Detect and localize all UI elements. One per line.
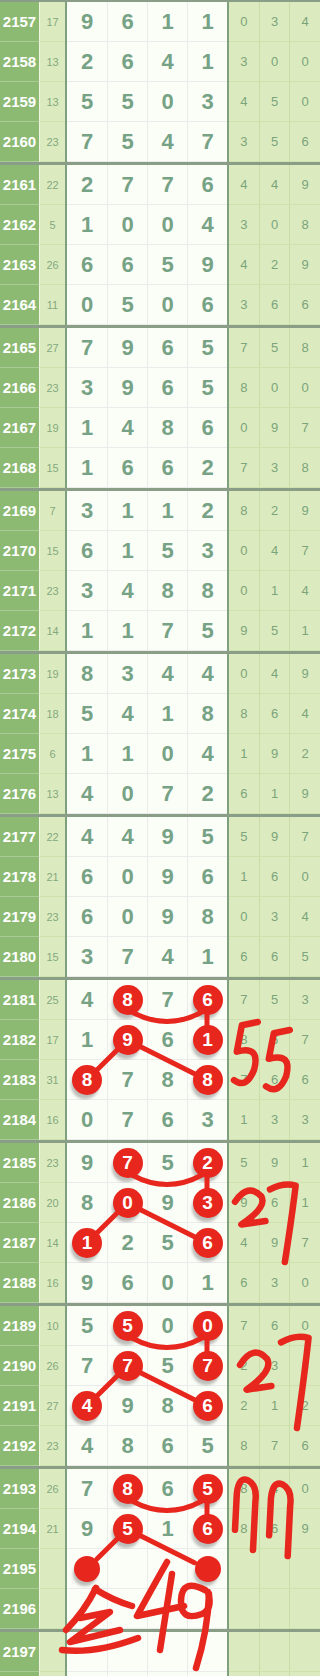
tail-digits-group: 766 bbox=[229, 1060, 320, 1100]
main-digit: 6 bbox=[147, 448, 187, 488]
draw-row-2184: 2184160763133 bbox=[0, 1100, 320, 1140]
main-digits-group: 3741 bbox=[65, 937, 229, 977]
main-digit bbox=[107, 1632, 147, 1672]
red-circled-digit: 0 bbox=[113, 1188, 143, 1218]
main-digits-group: 3112 bbox=[65, 491, 229, 531]
main-digit bbox=[147, 1672, 187, 1676]
red-circled-digit: 9 bbox=[113, 1025, 143, 1055]
draw-row-2161: 2161222776449 bbox=[0, 165, 320, 205]
main-digits-group: 1961 bbox=[65, 1020, 229, 1060]
tail-digit: 0 bbox=[229, 571, 259, 611]
tail-digits-group: 034 bbox=[229, 897, 320, 937]
period-number: 2196 bbox=[0, 1589, 39, 1629]
main-digit: 4 bbox=[67, 980, 107, 1020]
sum-value: 19 bbox=[39, 408, 65, 448]
period-number: 2182 bbox=[0, 1020, 39, 1060]
main-digits-group: 6098 bbox=[65, 897, 229, 937]
red-circled-digit: 5 bbox=[193, 1474, 223, 1504]
partial-row bbox=[0, 1672, 320, 1676]
tail-digit: 8 bbox=[229, 694, 259, 734]
main-digit: 8 bbox=[147, 571, 187, 611]
main-digits-group: 9752 bbox=[65, 1143, 229, 1183]
tail-digits-group: 597 bbox=[229, 817, 320, 857]
main-digit: 7 bbox=[147, 774, 187, 814]
main-digit: 7 bbox=[147, 611, 187, 651]
main-digit: 5 bbox=[107, 1306, 147, 1346]
main-digit: 1 bbox=[147, 491, 187, 531]
red-circled-digit: 6 bbox=[193, 985, 223, 1015]
tail-digits-group: 034 bbox=[229, 2, 320, 42]
period-number: 2174 bbox=[0, 694, 39, 734]
tail-digit: 6 bbox=[289, 1060, 320, 1100]
tail-digit: 2 bbox=[229, 1346, 259, 1386]
tail-digit: 6 bbox=[259, 285, 290, 325]
tail-digit: 6 bbox=[289, 122, 320, 162]
period-number: 2195 bbox=[0, 1549, 39, 1589]
tail-digit: 0 bbox=[289, 42, 320, 82]
tail-digit: 1 bbox=[229, 1100, 259, 1140]
sum-value: 11 bbox=[39, 285, 65, 325]
tail-digit: 9 bbox=[289, 654, 320, 694]
main-digit bbox=[67, 1672, 107, 1676]
main-digit: 1 bbox=[187, 1020, 227, 1060]
red-circled-digit: 7 bbox=[113, 1148, 143, 1178]
draw-row-2179: 2179236098034 bbox=[0, 897, 320, 937]
main-digit: 0 bbox=[67, 285, 107, 325]
period-number: 2181 bbox=[0, 980, 39, 1020]
tail-digit: 4 bbox=[229, 165, 259, 205]
red-circled-digit: 3 bbox=[193, 1188, 223, 1218]
draw-row-2162: 216251004308 bbox=[0, 205, 320, 245]
sum-value: 10 bbox=[39, 1306, 65, 1346]
sum-value: 22 bbox=[39, 817, 65, 857]
tail-digit: 0 bbox=[289, 1469, 320, 1509]
sum-value: 15 bbox=[39, 531, 65, 571]
main-digits-group: 7547 bbox=[65, 122, 229, 162]
draw-row-2167: 2167191486097 bbox=[0, 408, 320, 448]
red-circled-digit: 8 bbox=[193, 1065, 223, 1095]
period-number: 2169 bbox=[0, 491, 39, 531]
tail-digit: 5 bbox=[259, 122, 290, 162]
tail-digits-group: 097 bbox=[229, 408, 320, 448]
tail-digit: 6 bbox=[259, 1020, 290, 1060]
main-digit: 7 bbox=[187, 122, 227, 162]
main-digit bbox=[107, 1549, 147, 1589]
tail-digits-group: 738 bbox=[229, 448, 320, 488]
main-digit: 5 bbox=[67, 1306, 107, 1346]
tail-digits-group: 366 bbox=[229, 285, 320, 325]
tail-digit: 7 bbox=[289, 408, 320, 448]
tail-digit bbox=[289, 1589, 320, 1629]
tail-digit: 0 bbox=[289, 1263, 320, 1303]
tail-digit: 3 bbox=[259, 1263, 290, 1303]
period-number: 2166 bbox=[0, 368, 39, 408]
main-digit: 6 bbox=[107, 42, 147, 82]
sum-value: 5 bbox=[39, 205, 65, 245]
tail-digit: 9 bbox=[289, 165, 320, 205]
tail-digit: 7 bbox=[259, 1426, 290, 1466]
main-digit: 7 bbox=[107, 1346, 147, 1386]
tail-digits-group: 867 bbox=[229, 1020, 320, 1060]
period-number: 2164 bbox=[0, 285, 39, 325]
main-digit: 4 bbox=[187, 654, 227, 694]
tail-digit: 7 bbox=[289, 1223, 320, 1263]
main-digit: 4 bbox=[187, 205, 227, 245]
red-circled-digit: 1 bbox=[72, 1228, 102, 1258]
main-digit: 6 bbox=[67, 245, 107, 285]
main-digit: 2 bbox=[187, 448, 227, 488]
tail-digits-group: 630 bbox=[229, 1263, 320, 1303]
main-digit: 6 bbox=[187, 980, 227, 1020]
period-number bbox=[0, 1672, 39, 1676]
tail-digit: 3 bbox=[229, 42, 259, 82]
main-digits-group: 1486 bbox=[65, 408, 229, 448]
main-digit: 1 bbox=[67, 734, 107, 774]
draw-row-2157: 2157179611034 bbox=[0, 2, 320, 42]
main-digit: 4 bbox=[147, 654, 187, 694]
red-circled-digit: 8 bbox=[113, 1474, 143, 1504]
main-digit: 1 bbox=[147, 2, 187, 42]
main-digits-group: 4876 bbox=[65, 980, 229, 1020]
tail-digit: 0 bbox=[229, 408, 259, 448]
tail-digit bbox=[289, 1632, 320, 1672]
tail-digit: 8 bbox=[289, 448, 320, 488]
period-number: 2189 bbox=[0, 1306, 39, 1346]
tail-digit: 9 bbox=[289, 245, 320, 285]
main-digit bbox=[107, 1672, 147, 1676]
tail-digit: 6 bbox=[259, 857, 290, 897]
sum-value bbox=[39, 1672, 65, 1676]
draw-row-2187: 2187141256497 bbox=[0, 1223, 320, 1263]
sum-value bbox=[39, 1549, 65, 1589]
main-digit: 2 bbox=[187, 491, 227, 531]
tail-digit: 4 bbox=[289, 2, 320, 42]
main-digit: 9 bbox=[107, 328, 147, 368]
sum-value: 27 bbox=[39, 328, 65, 368]
tail-digit: 9 bbox=[289, 1509, 320, 1549]
main-digit: 6 bbox=[187, 285, 227, 325]
tail-digits-group: 133 bbox=[229, 1100, 320, 1140]
draw-row-2190: 2190267757233 bbox=[0, 1346, 320, 1386]
main-digits-group: 9611 bbox=[65, 2, 229, 42]
draw-row-2192: 2192234865876 bbox=[0, 1426, 320, 1466]
main-digit: 3 bbox=[67, 491, 107, 531]
main-digit: 6 bbox=[147, 1469, 187, 1509]
main-digit: 4 bbox=[67, 774, 107, 814]
main-digit: 9 bbox=[147, 817, 187, 857]
main-digit: 0 bbox=[147, 1263, 187, 1303]
main-digit: 1 bbox=[107, 531, 147, 571]
main-digit: 6 bbox=[107, 245, 147, 285]
tail-digit: 4 bbox=[289, 571, 320, 611]
main-digit: 5 bbox=[67, 82, 107, 122]
main-digits-group: 8344 bbox=[65, 654, 229, 694]
main-digit: 3 bbox=[187, 1183, 227, 1223]
draw-row-2169: 216973112829 bbox=[0, 491, 320, 531]
tail-digit: 1 bbox=[259, 1386, 290, 1426]
main-digit: 6 bbox=[187, 408, 227, 448]
tail-digit: 4 bbox=[259, 165, 290, 205]
period-number: 2167 bbox=[0, 408, 39, 448]
sum-value: 26 bbox=[39, 1469, 65, 1509]
main-digit: 4 bbox=[147, 937, 187, 977]
main-digits-group: 4865 bbox=[65, 1426, 229, 1466]
sum-value: 26 bbox=[39, 245, 65, 285]
tail-digits-group: 356 bbox=[229, 122, 320, 162]
main-digit: 1 bbox=[107, 491, 147, 531]
tail-digit: 8 bbox=[289, 328, 320, 368]
main-digits-group: 1662 bbox=[65, 448, 229, 488]
main-digit: 5 bbox=[147, 1143, 187, 1183]
red-circled-digit: 6 bbox=[193, 1514, 223, 1544]
main-digits-group: 3488 bbox=[65, 571, 229, 611]
tail-digits-group: 449 bbox=[229, 165, 320, 205]
tail-digit: 8 bbox=[229, 1509, 259, 1549]
tail-digit: 3 bbox=[289, 980, 320, 1020]
sum-value: 17 bbox=[39, 2, 65, 42]
tail-digit: 5 bbox=[259, 980, 290, 1020]
draw-row-2160: 2160237547356 bbox=[0, 122, 320, 162]
period-number: 2158 bbox=[0, 42, 39, 82]
main-digit: 8 bbox=[147, 408, 187, 448]
main-digits-group bbox=[65, 1672, 229, 1676]
tail-digits-group bbox=[229, 1549, 320, 1589]
main-digits-group bbox=[65, 1549, 229, 1589]
tail-digits-group: 840 bbox=[229, 1469, 320, 1509]
main-digit: 5 bbox=[107, 82, 147, 122]
period-number: 2180 bbox=[0, 937, 39, 977]
tail-digit: 5 bbox=[229, 1143, 259, 1183]
main-digit: 7 bbox=[187, 1346, 227, 1386]
draw-row-2194: 2194219516869 bbox=[0, 1509, 320, 1549]
main-digit: 4 bbox=[107, 817, 147, 857]
period-number: 2159 bbox=[0, 82, 39, 122]
main-digit: 6 bbox=[107, 2, 147, 42]
sum-value: 16 bbox=[39, 1100, 65, 1140]
tail-digits-group: 864 bbox=[229, 694, 320, 734]
main-digit: 9 bbox=[67, 2, 107, 42]
draw-row-2168: 2168151662738 bbox=[0, 448, 320, 488]
draw-row-2189: 2189105500760 bbox=[0, 1306, 320, 1346]
tail-digit bbox=[229, 1632, 259, 1672]
main-digit: 5 bbox=[107, 285, 147, 325]
draw-row-2164: 2164110506366 bbox=[0, 285, 320, 325]
main-digit: 4 bbox=[107, 694, 147, 734]
draw-row-2176: 2176134072619 bbox=[0, 774, 320, 814]
main-digit: 1 bbox=[187, 2, 227, 42]
draw-row-2166: 2166233965800 bbox=[0, 368, 320, 408]
main-digit: 7 bbox=[67, 1346, 107, 1386]
main-digit: 3 bbox=[187, 82, 227, 122]
main-digit: 2 bbox=[187, 1143, 227, 1183]
main-digit: 8 bbox=[187, 694, 227, 734]
main-digit: 3 bbox=[187, 531, 227, 571]
draw-row-2171: 2171233488014 bbox=[0, 571, 320, 611]
tail-digit bbox=[289, 1672, 320, 1676]
main-digit: 4 bbox=[107, 571, 147, 611]
period-number: 2186 bbox=[0, 1183, 39, 1223]
main-digit: 8 bbox=[67, 654, 107, 694]
draw-row-2188: 2188169601630 bbox=[0, 1263, 320, 1303]
sum-value: 26 bbox=[39, 1346, 65, 1386]
main-digits-group: 8788 bbox=[65, 1060, 229, 1100]
period-number: 2175 bbox=[0, 734, 39, 774]
tail-digits-group: 160 bbox=[229, 857, 320, 897]
tail-digit: 6 bbox=[229, 774, 259, 814]
main-digits-group: 3965 bbox=[65, 368, 229, 408]
lottery-trend-chart[interactable]: 2157179611034215813264130021591355034502… bbox=[0, 0, 320, 1676]
period-number: 2188 bbox=[0, 1263, 39, 1303]
sum-value: 23 bbox=[39, 571, 65, 611]
sum-value: 23 bbox=[39, 897, 65, 937]
main-digit: 7 bbox=[147, 980, 187, 1020]
sum-value: 14 bbox=[39, 611, 65, 651]
period-number: 2193 bbox=[0, 1469, 39, 1509]
tail-digit: 7 bbox=[229, 1306, 259, 1346]
main-digits-group: 0506 bbox=[65, 285, 229, 325]
main-digit: 5 bbox=[147, 1223, 187, 1263]
sum-value bbox=[39, 1589, 65, 1629]
tail-digit: 5 bbox=[259, 611, 290, 651]
period-number: 2190 bbox=[0, 1346, 39, 1386]
main-digit: 4 bbox=[67, 1386, 107, 1426]
main-digit: 8 bbox=[107, 1426, 147, 1466]
tail-digit: 0 bbox=[229, 897, 259, 937]
main-digit: 7 bbox=[107, 165, 147, 205]
tail-digit: 2 bbox=[259, 245, 290, 285]
tail-digit bbox=[259, 1589, 290, 1629]
draw-row-2173: 2173198344049 bbox=[0, 654, 320, 694]
tail-digits-group: 300 bbox=[229, 42, 320, 82]
main-digit: 1 bbox=[107, 611, 147, 651]
main-digit: 6 bbox=[147, 328, 187, 368]
tail-digit: 8 bbox=[229, 491, 259, 531]
tail-digits-group: 665 bbox=[229, 937, 320, 977]
main-digits-group: 1004 bbox=[65, 205, 229, 245]
tail-digit: 8 bbox=[229, 1426, 259, 1466]
main-digit: 6 bbox=[107, 448, 147, 488]
main-digit bbox=[187, 1589, 227, 1629]
red-circled-digit: 2 bbox=[193, 1148, 223, 1178]
main-digit: 4 bbox=[107, 408, 147, 448]
main-digit: 9 bbox=[147, 897, 187, 937]
main-digits-group: 9601 bbox=[65, 1263, 229, 1303]
chart-rows: 2157179611034215813264130021591355034502… bbox=[0, 2, 320, 1676]
main-digit: 1 bbox=[67, 205, 107, 245]
sum-value: 27 bbox=[39, 1386, 65, 1426]
main-digit: 5 bbox=[187, 611, 227, 651]
main-digit: 5 bbox=[107, 122, 147, 162]
main-digits-group: 1104 bbox=[65, 734, 229, 774]
main-digits-group: 5418 bbox=[65, 694, 229, 734]
tail-digit: 8 bbox=[229, 1020, 259, 1060]
tail-digit: 1 bbox=[259, 774, 290, 814]
period-number: 2160 bbox=[0, 122, 39, 162]
period-number: 2162 bbox=[0, 205, 39, 245]
tail-digit: 3 bbox=[259, 1346, 290, 1386]
main-digit: 0 bbox=[107, 857, 147, 897]
main-digit: 9 bbox=[67, 1263, 107, 1303]
red-circled-digit: 4 bbox=[72, 1391, 102, 1421]
main-digit: 2 bbox=[67, 42, 107, 82]
main-digit: 8 bbox=[187, 1060, 227, 1100]
main-digits-group bbox=[65, 1632, 229, 1672]
tail-digit: 9 bbox=[259, 1223, 290, 1263]
tail-digit: 3 bbox=[229, 205, 259, 245]
sum-value: 15 bbox=[39, 448, 65, 488]
main-digits-group: 1256 bbox=[65, 1223, 229, 1263]
tail-digit: 3 bbox=[259, 2, 290, 42]
main-digit: 0 bbox=[147, 285, 187, 325]
main-digit: 3 bbox=[107, 654, 147, 694]
main-digit: 1 bbox=[67, 1020, 107, 1060]
tail-digit: 1 bbox=[229, 857, 259, 897]
tail-digit: 0 bbox=[229, 531, 259, 571]
period-number: 2194 bbox=[0, 1509, 39, 1549]
main-digit bbox=[67, 1549, 107, 1589]
sum-value: 13 bbox=[39, 774, 65, 814]
main-digits-group: 5503 bbox=[65, 82, 229, 122]
tail-digits-group: 212 bbox=[229, 1386, 320, 1426]
main-digits-group: 7757 bbox=[65, 1346, 229, 1386]
main-digit: 1 bbox=[67, 1223, 107, 1263]
sum-value: 23 bbox=[39, 368, 65, 408]
tail-digit: 3 bbox=[259, 1100, 290, 1140]
sum-value: 6 bbox=[39, 734, 65, 774]
main-digit: 1 bbox=[187, 42, 227, 82]
tail-digit: 1 bbox=[289, 1183, 320, 1223]
tail-digits-group: 497 bbox=[229, 1223, 320, 1263]
main-digit: 6 bbox=[147, 368, 187, 408]
tail-digits-group: 869 bbox=[229, 1509, 320, 1549]
main-digits-group: 2641 bbox=[65, 42, 229, 82]
main-digit: 0 bbox=[187, 1306, 227, 1346]
period-number: 2168 bbox=[0, 448, 39, 488]
main-digit: 6 bbox=[147, 1100, 187, 1140]
draw-row-2159: 2159135503450 bbox=[0, 82, 320, 122]
main-digits-group: 2776 bbox=[65, 165, 229, 205]
main-digit: 5 bbox=[147, 245, 187, 285]
tail-digit: 3 bbox=[259, 897, 290, 937]
sum-value: 21 bbox=[39, 857, 65, 897]
tail-digit: 1 bbox=[259, 571, 290, 611]
tail-digit: 0 bbox=[289, 857, 320, 897]
sum-value: 7 bbox=[39, 491, 65, 531]
sum-value: 23 bbox=[39, 122, 65, 162]
tail-digit: 0 bbox=[229, 654, 259, 694]
main-digit: 0 bbox=[107, 897, 147, 937]
draw-row-2172: 2172141175951 bbox=[0, 611, 320, 651]
main-digit bbox=[187, 1632, 227, 1672]
period-number: 2157 bbox=[0, 2, 39, 42]
tail-digits-group: 961 bbox=[229, 1183, 320, 1223]
tail-digit: 1 bbox=[289, 611, 320, 651]
main-digits-group: 6659 bbox=[65, 245, 229, 285]
sum-value: 13 bbox=[39, 82, 65, 122]
tail-digit: 4 bbox=[259, 531, 290, 571]
tail-digits-group: 829 bbox=[229, 491, 320, 531]
main-digit: 3 bbox=[67, 571, 107, 611]
tail-digit: 3 bbox=[259, 448, 290, 488]
main-digit: 0 bbox=[147, 205, 187, 245]
period-number: 2192 bbox=[0, 1426, 39, 1466]
main-digit: 5 bbox=[107, 1509, 147, 1549]
main-digit: 5 bbox=[147, 531, 187, 571]
red-circled-digit: 7 bbox=[193, 1351, 223, 1381]
tail-digit: 0 bbox=[289, 1306, 320, 1346]
tail-digit: 4 bbox=[259, 1469, 290, 1509]
draw-row-2186: 2186208093961 bbox=[0, 1183, 320, 1223]
